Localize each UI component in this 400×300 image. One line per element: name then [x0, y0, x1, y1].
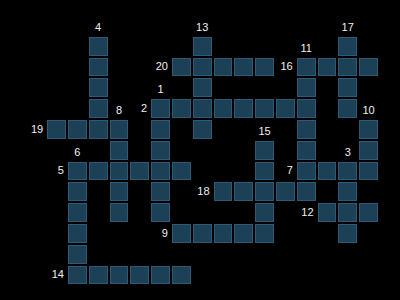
grid-cell[interactable] [110, 203, 129, 222]
grid-cell[interactable] [130, 162, 149, 181]
grid-cell[interactable] [151, 99, 170, 118]
grid-cell[interactable] [110, 266, 129, 285]
clue-number: 15 [254, 119, 275, 140]
grid-cell[interactable] [151, 182, 170, 201]
grid-cell[interactable] [297, 78, 316, 97]
clue-number: 14 [46, 265, 67, 286]
grid-cell[interactable] [234, 182, 253, 201]
grid-cell[interactable] [338, 162, 357, 181]
grid-cell[interactable] [193, 99, 212, 118]
grid-cell[interactable] [110, 162, 129, 181]
grid-cell[interactable] [193, 37, 212, 56]
grid-cell[interactable] [276, 99, 295, 118]
clue-number: 18 [192, 181, 213, 202]
grid-cell[interactable] [110, 141, 129, 160]
clue-number: 8 [109, 98, 130, 119]
grid-cell[interactable] [297, 58, 316, 77]
grid-cell[interactable] [110, 182, 129, 201]
clue-number: 7 [275, 161, 296, 182]
crossword-board: 4131711201612810191563571812914 [5, 15, 400, 300]
grid-cell[interactable] [338, 58, 357, 77]
grid-cell[interactable] [193, 58, 212, 77]
grid-cell[interactable] [318, 203, 337, 222]
grid-cell[interactable] [68, 245, 87, 264]
grid-cell[interactable] [151, 162, 170, 181]
grid-cell[interactable] [297, 99, 316, 118]
grid-cell[interactable] [359, 203, 378, 222]
grid-cell[interactable] [68, 182, 87, 201]
grid-cell[interactable] [255, 58, 274, 77]
clue-number: 9 [150, 223, 171, 244]
clue-number: 1 [150, 77, 171, 98]
grid-cell[interactable] [338, 224, 357, 243]
grid-cell[interactable] [276, 182, 295, 201]
grid-cell[interactable] [297, 120, 316, 139]
grid-cell[interactable] [338, 37, 357, 56]
clue-number: 16 [275, 57, 296, 78]
clue-number: 13 [192, 15, 213, 36]
clue-number: 17 [337, 15, 358, 36]
clue-number: 10 [358, 98, 379, 119]
grid-cell[interactable] [172, 162, 191, 181]
grid-cell[interactable] [255, 162, 274, 181]
grid-cell[interactable] [214, 58, 233, 77]
grid-cell[interactable] [68, 266, 87, 285]
grid-cell[interactable] [297, 162, 316, 181]
grid-cell[interactable] [255, 182, 274, 201]
grid-cell[interactable] [68, 162, 87, 181]
grid-cell[interactable] [68, 120, 87, 139]
grid-cell[interactable] [338, 203, 357, 222]
grid-cell[interactable] [89, 162, 108, 181]
grid-cell[interactable] [47, 120, 66, 139]
grid-cell[interactable] [151, 120, 170, 139]
grid-cell[interactable] [151, 141, 170, 160]
clue-number: 6 [67, 140, 88, 161]
grid-cell[interactable] [359, 162, 378, 181]
grid-cell[interactable] [359, 120, 378, 139]
grid-cell[interactable] [172, 58, 191, 77]
grid-cell[interactable] [234, 224, 253, 243]
grid-cell[interactable] [89, 58, 108, 77]
clue-number: 11 [296, 36, 317, 57]
grid-cell[interactable] [255, 141, 274, 160]
grid-cell[interactable] [89, 37, 108, 56]
crossword-stage: 4131711201612810191563571812914 [0, 0, 400, 300]
grid-cell[interactable] [68, 224, 87, 243]
grid-cell[interactable] [214, 99, 233, 118]
grid-cell[interactable] [172, 99, 191, 118]
grid-cell[interactable] [151, 266, 170, 285]
grid-cell[interactable] [68, 203, 87, 222]
clue-number: 2 [129, 98, 150, 119]
grid-cell[interactable] [297, 182, 316, 201]
clue-number: 20 [150, 57, 171, 78]
grid-cell[interactable] [172, 224, 191, 243]
grid-cell[interactable] [214, 182, 233, 201]
grid-cell[interactable] [89, 99, 108, 118]
grid-cell[interactable] [151, 203, 170, 222]
grid-cell[interactable] [130, 266, 149, 285]
grid-cell[interactable] [338, 99, 357, 118]
grid-cell[interactable] [193, 78, 212, 97]
grid-cell[interactable] [89, 78, 108, 97]
grid-cell[interactable] [89, 266, 108, 285]
grid-cell[interactable] [255, 203, 274, 222]
grid-cell[interactable] [297, 141, 316, 160]
grid-cell[interactable] [318, 162, 337, 181]
grid-cell[interactable] [338, 78, 357, 97]
grid-cell[interactable] [110, 120, 129, 139]
clue-number: 5 [46, 161, 67, 182]
grid-cell[interactable] [89, 120, 108, 139]
clue-number: 4 [88, 15, 109, 36]
grid-cell[interactable] [172, 266, 191, 285]
clue-number: 19 [25, 119, 46, 140]
clue-number: 12 [296, 202, 317, 223]
grid-cell[interactable] [255, 224, 274, 243]
grid-cell[interactable] [214, 224, 233, 243]
grid-cell[interactable] [234, 58, 253, 77]
grid-cell[interactable] [255, 99, 274, 118]
grid-cell[interactable] [193, 120, 212, 139]
clue-number: 3 [337, 140, 358, 161]
grid-cell[interactable] [234, 99, 253, 118]
grid-cell[interactable] [338, 182, 357, 201]
grid-cell[interactable] [359, 58, 378, 77]
grid-cell[interactable] [359, 141, 378, 160]
grid-cell[interactable] [318, 58, 337, 77]
grid-cell[interactable] [193, 224, 212, 243]
